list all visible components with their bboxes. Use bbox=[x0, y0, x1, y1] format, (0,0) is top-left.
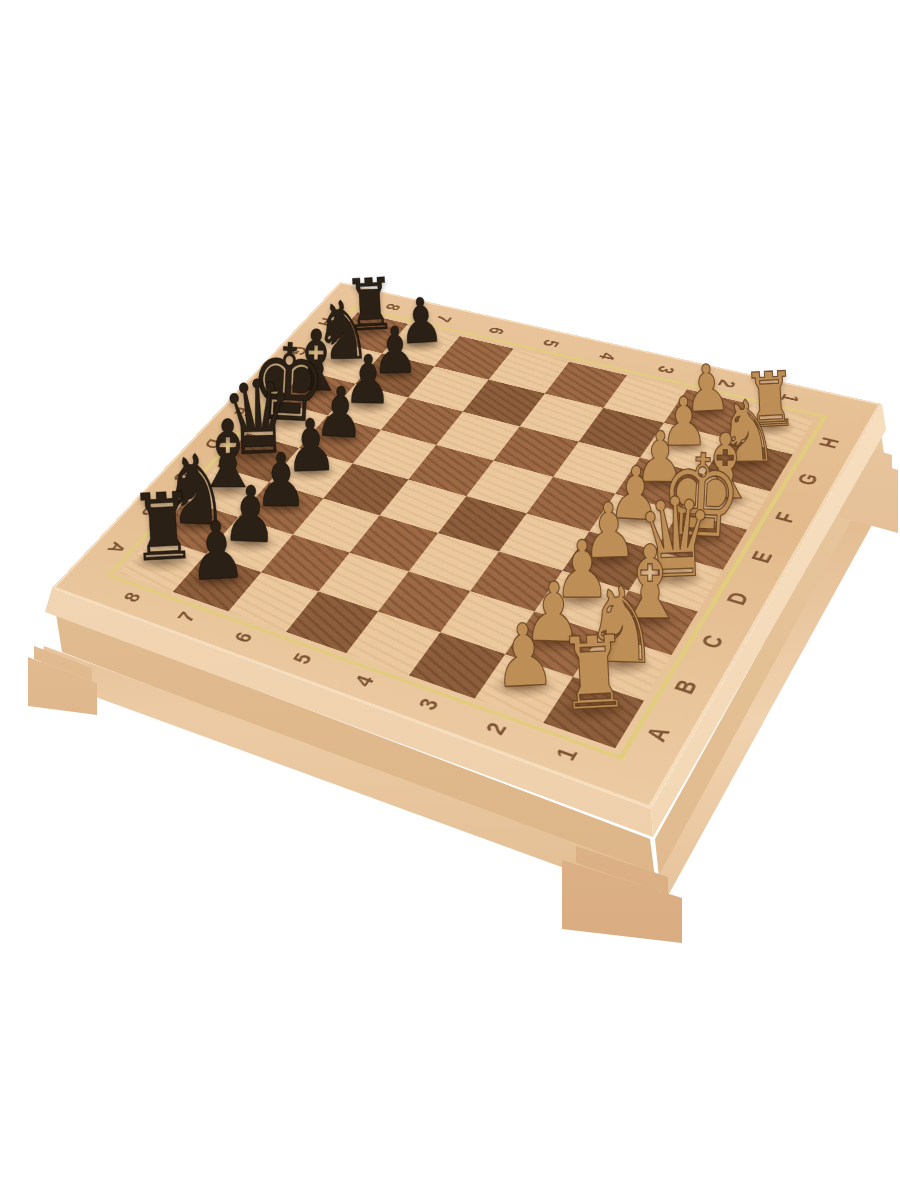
piece-white-rook-a1: ♜ bbox=[555, 622, 632, 726]
rank-label-left-5: 5 bbox=[289, 651, 316, 667]
file-label-bottom-f: F bbox=[771, 510, 800, 525]
rank-label-left-3: 3 bbox=[415, 696, 444, 713]
file-label-bottom-b: B bbox=[670, 677, 702, 697]
rank-label-left-4: 4 bbox=[351, 673, 379, 689]
rank-label-left-1: 1 bbox=[552, 745, 583, 763]
piece-white-pawn-a2: ♟ bbox=[491, 611, 557, 700]
rank-label-right-6: 6 bbox=[484, 326, 507, 336]
file-label-bottom-e: E bbox=[748, 549, 778, 565]
rank-label-right-3: 3 bbox=[653, 364, 678, 375]
file-label-bottom-a: A bbox=[642, 724, 675, 745]
rank-label-left-8: 8 bbox=[120, 590, 145, 604]
file-label-bottom-d: D bbox=[723, 590, 754, 608]
file-label-bottom-g: G bbox=[793, 472, 822, 488]
file-label-bottom-h: H bbox=[815, 436, 843, 450]
chess-set-photo: AABBCCDDEEFFGGHH8877665544332211 ♜♞♝♛♚♝♞… bbox=[0, 0, 900, 1200]
piece-black-pawn-a7: ♟ bbox=[186, 510, 247, 593]
rank-label-right-4: 4 bbox=[595, 351, 619, 362]
rank-label-left-7: 7 bbox=[174, 610, 200, 625]
rank-label-right-5: 5 bbox=[539, 338, 563, 348]
rank-label-left-6: 6 bbox=[230, 630, 256, 645]
file-label-top-a: A bbox=[103, 540, 129, 555]
file-label-bottom-c: C bbox=[697, 633, 728, 652]
rank-label-left-2: 2 bbox=[482, 720, 512, 738]
